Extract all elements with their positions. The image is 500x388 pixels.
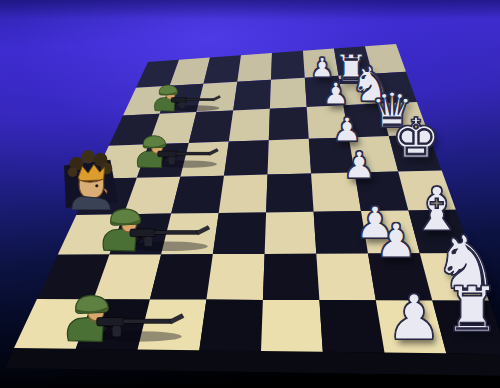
- king-eye: [95, 184, 98, 187]
- board-square: [265, 212, 317, 254]
- rifle-shadow: [169, 105, 219, 111]
- board-square: [237, 53, 272, 82]
- soldier-mid-lower: [96, 204, 212, 254]
- white-pawn: ♟: [332, 113, 362, 146]
- rifle-magazine: [144, 237, 152, 247]
- rifle-shadow: [127, 242, 208, 252]
- white-pawn: ♟: [323, 79, 350, 109]
- board-square: [266, 174, 314, 213]
- rifle-muzzle: [196, 226, 209, 235]
- rifle-receiver: [97, 318, 125, 326]
- rifle-magazine: [113, 326, 121, 337]
- rifle-receiver: [130, 229, 156, 237]
- white-pawn: ♟: [342, 147, 375, 184]
- board-square: [271, 51, 305, 80]
- rifle-receiver: [171, 98, 187, 103]
- scene-illustration: ♟♜♟♞♛♟♚♟♝♟♟♞♜♟: [0, 0, 500, 388]
- board-square: [263, 254, 320, 300]
- rifle-muzzle: [208, 148, 218, 155]
- rifle-shadow: [94, 331, 182, 342]
- board-square: [270, 78, 307, 109]
- soldier-near: [60, 290, 186, 345]
- soldier-far: [150, 82, 222, 113]
- board-square: [224, 140, 269, 176]
- rifle-magazine: [180, 102, 185, 108]
- board-square: [219, 175, 268, 213]
- rifle-barrel: [154, 230, 198, 234]
- white-pawn: ♟: [386, 287, 442, 349]
- black-king-figure: [62, 146, 120, 210]
- board-square: [233, 80, 271, 111]
- rifle-barrel: [186, 98, 213, 100]
- rifle-magazine: [169, 157, 175, 164]
- white-pawn: ♟: [375, 217, 417, 264]
- board-square: [268, 139, 312, 175]
- board-square: [206, 254, 264, 300]
- board-square: [199, 300, 263, 351]
- rifle-muzzle: [169, 314, 184, 324]
- board-square: [319, 300, 384, 352]
- white-rook: ♜: [444, 279, 500, 341]
- rifle-barrel: [123, 319, 171, 323]
- board-square: [261, 300, 323, 352]
- rifle-muzzle: [212, 95, 220, 101]
- board-square: [316, 253, 376, 300]
- rifle-receiver: [158, 151, 178, 157]
- rifle-barrel: [176, 152, 210, 155]
- board-square: [229, 109, 270, 142]
- rifle-shadow: [156, 161, 217, 168]
- king-face: [79, 179, 103, 198]
- board-square: [213, 212, 266, 254]
- board-square: [269, 107, 309, 140]
- white-king: ♚: [392, 112, 440, 166]
- soldier-mid-upper: [132, 132, 220, 170]
